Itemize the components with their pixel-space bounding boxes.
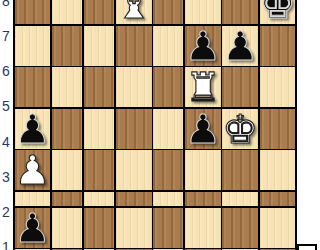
- square-d5[interactable]: [116, 109, 152, 149]
- black-pawn[interactable]: ♟: [15, 208, 51, 248]
- black-pawn[interactable]: ♟: [185, 109, 221, 149]
- square-e8[interactable]: [153, 0, 183, 24]
- square-f5[interactable]: ♟: [185, 109, 221, 149]
- square-b7[interactable]: [52, 26, 82, 66]
- square-e7[interactable]: [153, 26, 183, 66]
- square-g6[interactable]: [222, 67, 258, 107]
- square-f4[interactable]: [185, 150, 221, 190]
- black-king[interactable]: ♚: [260, 0, 296, 24]
- square-e6[interactable]: [153, 67, 183, 107]
- square-h8[interactable]: ♚: [260, 0, 296, 24]
- square-c5[interactable]: [84, 109, 114, 149]
- square-h6[interactable]: [260, 67, 296, 107]
- square-a7[interactable]: [15, 26, 51, 66]
- square-a2[interactable]: ♟: [15, 208, 51, 248]
- square-g3[interactable]: [222, 192, 258, 207]
- black-pawn[interactable]: ♟: [185, 26, 221, 66]
- square-f3[interactable]: [185, 192, 221, 207]
- square-c7[interactable]: [84, 26, 114, 66]
- square-f2[interactable]: [185, 208, 221, 248]
- rank-label-5: 5: [0, 98, 12, 114]
- cropped-box: [297, 244, 317, 250]
- white-king[interactable]: ♚: [222, 109, 258, 149]
- square-a6[interactable]: [15, 67, 51, 107]
- rank-label-1: 1: [0, 239, 12, 250]
- square-d6[interactable]: [116, 67, 152, 107]
- square-d2[interactable]: [116, 208, 152, 248]
- square-b6[interactable]: [52, 67, 82, 107]
- square-h3[interactable]: [260, 192, 296, 207]
- white-bishop[interactable]: ♝: [116, 0, 152, 24]
- rank-label-3: 3: [0, 169, 12, 185]
- square-g5[interactable]: ♚: [222, 109, 258, 149]
- chess-board[interactable]: ♝♚♟♟♜♟♟♚♟♟: [13, 0, 297, 250]
- square-d7[interactable]: [116, 26, 152, 66]
- square-h7[interactable]: [260, 26, 296, 66]
- square-a4[interactable]: ♟: [15, 150, 51, 190]
- square-h5[interactable]: [260, 109, 296, 149]
- chess-diagram: ♝♚♟♟♜♟♟♚♟♟ 87654321: [0, 0, 320, 250]
- square-g2[interactable]: [222, 208, 258, 248]
- rank-label-7: 7: [0, 28, 12, 44]
- square-d3[interactable]: [116, 192, 152, 207]
- square-g8[interactable]: [222, 0, 258, 24]
- rank-label-6: 6: [0, 63, 12, 79]
- square-c4[interactable]: [84, 150, 114, 190]
- square-b2[interactable]: [52, 208, 82, 248]
- square-a8[interactable]: [15, 0, 51, 24]
- rank-label-4: 4: [0, 134, 12, 150]
- square-b4[interactable]: [52, 150, 82, 190]
- square-b3[interactable]: [52, 192, 82, 207]
- square-c2[interactable]: [84, 208, 114, 248]
- square-g7[interactable]: ♟: [222, 26, 258, 66]
- square-e2[interactable]: [153, 208, 183, 248]
- white-rook[interactable]: ♜: [185, 67, 221, 107]
- square-d4[interactable]: [116, 150, 152, 190]
- square-h4[interactable]: [260, 150, 296, 190]
- square-c8[interactable]: [84, 0, 114, 24]
- square-c6[interactable]: [84, 67, 114, 107]
- square-g4[interactable]: [222, 150, 258, 190]
- square-a5[interactable]: ♟: [15, 109, 51, 149]
- square-e4[interactable]: [153, 150, 183, 190]
- square-b8[interactable]: [52, 0, 82, 24]
- square-c3[interactable]: [84, 192, 114, 207]
- square-f6[interactable]: ♜: [185, 67, 221, 107]
- rank-label-8: 8: [0, 0, 12, 9]
- black-pawn[interactable]: ♟: [222, 26, 258, 66]
- square-e3[interactable]: [153, 192, 183, 207]
- square-f7[interactable]: ♟: [185, 26, 221, 66]
- square-e5[interactable]: [153, 109, 183, 149]
- black-pawn[interactable]: ♟: [15, 109, 51, 149]
- square-b5[interactable]: [52, 109, 82, 149]
- square-h2[interactable]: [260, 208, 296, 248]
- rank-label-2: 2: [0, 204, 12, 220]
- square-d8[interactable]: ♝: [116, 0, 152, 24]
- square-f8[interactable]: [185, 0, 221, 24]
- white-pawn[interactable]: ♟: [15, 150, 51, 190]
